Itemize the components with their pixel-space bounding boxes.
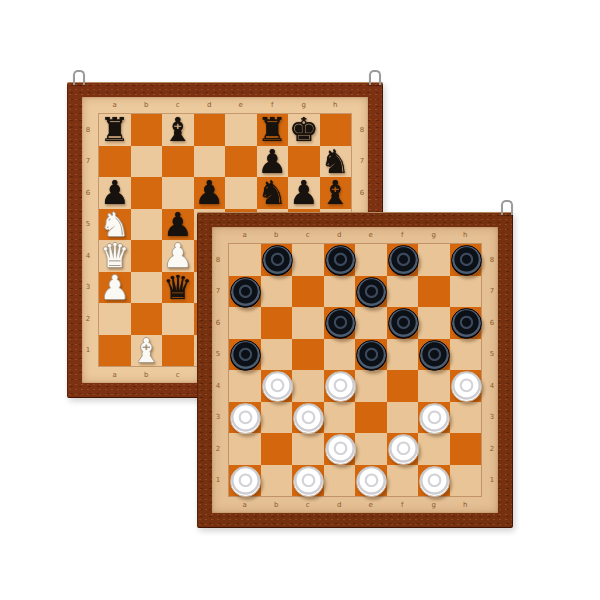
- chess-piece-black-rook[interactable]: ♜: [257, 114, 289, 146]
- checkers-rank-label-right: 2: [486, 443, 498, 455]
- checkers-file-label-bottom: h: [459, 499, 471, 511]
- checkers-rank-label-left: 8: [212, 254, 224, 266]
- chess-square-e7[interactable]: [225, 146, 257, 178]
- checkers-file-label-bottom: a: [239, 499, 251, 511]
- checker-man-black[interactable]: [325, 245, 356, 276]
- chess-rank-label-right: 8: [356, 124, 368, 136]
- chess-rank-label-left: 4: [82, 250, 94, 262]
- chess-square-a1[interactable]: [99, 335, 131, 367]
- checkers-square-a6[interactable]: [229, 307, 261, 339]
- checkers-square-b1[interactable]: [261, 465, 293, 497]
- checkers-rank-label-right: 8: [486, 254, 498, 266]
- chess-file-label-top: c: [172, 99, 184, 111]
- chess-piece-white-queen[interactable]: ♛: [99, 240, 131, 272]
- checkers-file-label-top: a: [239, 229, 251, 241]
- checkers-rank-label-left: 1: [212, 474, 224, 486]
- chess-piece-white-bishop[interactable]: ♝: [131, 335, 163, 367]
- checkers-square-f7[interactable]: [387, 276, 419, 308]
- chess-square-h8[interactable]: [320, 114, 352, 146]
- checkers-file-label-bottom: e: [365, 499, 377, 511]
- checkers-square-b6[interactable]: [261, 307, 293, 339]
- product-photo-canvas: { "scene": { "background_color": "#fffff…: [0, 0, 600, 600]
- checkers-rank-label-left: 7: [212, 285, 224, 297]
- chess-piece-black-pawn[interactable]: ♟: [288, 177, 320, 209]
- checker-man-white[interactable]: [356, 466, 387, 497]
- chess-square-b7[interactable]: [131, 146, 163, 178]
- checkers-rank-label-right: 3: [486, 411, 498, 423]
- checkers-file-label-bottom: c: [302, 499, 314, 511]
- chess-square-a2[interactable]: [99, 303, 131, 335]
- chess-rank-label-left: 7: [82, 155, 94, 167]
- checkers-square-a8[interactable]: [229, 244, 261, 276]
- checkers-square-e4[interactable]: [355, 370, 387, 402]
- chess-square-c1[interactable]: [162, 335, 194, 367]
- checkers-file-label-top: e: [365, 229, 377, 241]
- chess-square-b5[interactable]: [131, 209, 163, 241]
- checkers-square-a2[interactable]: [229, 433, 261, 465]
- checker-man-white[interactable]: [388, 434, 419, 465]
- checker-man-white[interactable]: [230, 466, 261, 497]
- chess-file-label-bottom: c: [172, 369, 184, 381]
- checkers-rank-label-left: 3: [212, 411, 224, 423]
- checkers-square-f4[interactable]: [387, 370, 419, 402]
- chess-file-label-top: g: [298, 99, 310, 111]
- chess-hanging-hook-icon: [73, 70, 85, 85]
- chess-square-e8[interactable]: [225, 114, 257, 146]
- checker-man-black[interactable]: [356, 277, 387, 308]
- chess-piece-black-queen[interactable]: ♛: [162, 272, 194, 304]
- checkers-square-a4[interactable]: [229, 370, 261, 402]
- checkers-rank-label-right: 7: [486, 285, 498, 297]
- chess-square-c2[interactable]: [162, 303, 194, 335]
- checker-man-black[interactable]: [388, 245, 419, 276]
- checkers-rank-label-right: 4: [486, 380, 498, 392]
- checkers-file-label-bottom: g: [428, 499, 440, 511]
- checkers-file-label-top: c: [302, 229, 314, 241]
- chess-square-c7[interactable]: [162, 146, 194, 178]
- checker-man-black[interactable]: [325, 308, 356, 339]
- checker-man-white[interactable]: [419, 403, 450, 434]
- checkers-square-h7[interactable]: [450, 276, 482, 308]
- checkers-file-label-bottom: f: [396, 499, 408, 511]
- checker-man-black[interactable]: [230, 340, 261, 371]
- checker-man-white[interactable]: [325, 434, 356, 465]
- chess-square-b6[interactable]: [131, 177, 163, 209]
- checkers-square-f1[interactable]: [387, 465, 419, 497]
- chess-rank-label-left: 1: [82, 344, 94, 356]
- checkers-square-f5[interactable]: [387, 339, 419, 371]
- chess-square-b4[interactable]: [131, 240, 163, 272]
- checkers-square-g2[interactable]: [418, 433, 450, 465]
- chess-file-label-bottom: a: [109, 369, 121, 381]
- checkers-rank-label-left: 4: [212, 380, 224, 392]
- checkers-rank-label-right: 5: [486, 348, 498, 360]
- chess-piece-black-bishop[interactable]: ♝: [320, 177, 352, 209]
- chess-rank-label-left: 5: [82, 218, 94, 230]
- checkers-rank-label-left: 6: [212, 317, 224, 329]
- checkers-square-e6[interactable]: [355, 307, 387, 339]
- chess-file-label-top: e: [235, 99, 247, 111]
- chess-file-label-top: f: [266, 99, 278, 111]
- checkers-file-label-top: g: [428, 229, 440, 241]
- chess-rank-label-left: 8: [82, 124, 94, 136]
- checkers-square-d7[interactable]: [324, 276, 356, 308]
- chess-piece-black-king[interactable]: ♚: [288, 114, 320, 146]
- checker-man-white[interactable]: [293, 403, 324, 434]
- chess-piece-black-pawn[interactable]: ♟: [194, 177, 226, 209]
- checkers-square-c5[interactable]: [292, 339, 324, 371]
- checkers-rank-label-left: 2: [212, 443, 224, 455]
- checkers-square-g4[interactable]: [418, 370, 450, 402]
- checker-man-black[interactable]: [388, 308, 419, 339]
- chess-piece-black-rook[interactable]: ♜: [99, 114, 131, 146]
- checkers-rank-label-right: 1: [486, 474, 498, 486]
- checker-man-black[interactable]: [230, 277, 261, 308]
- chess-square-b2[interactable]: [131, 303, 163, 335]
- chess-file-label-top: b: [140, 99, 152, 111]
- checker-man-black[interactable]: [356, 340, 387, 371]
- checkers-square-c6[interactable]: [292, 307, 324, 339]
- chess-square-d8[interactable]: [194, 114, 226, 146]
- checkers-square-e8[interactable]: [355, 244, 387, 276]
- checkers-square-c4[interactable]: [292, 370, 324, 402]
- checkers-square-e3[interactable]: [355, 402, 387, 434]
- chess-piece-black-knight[interactable]: ♞: [257, 177, 289, 209]
- checkers-square-h2[interactable]: [450, 433, 482, 465]
- checkers-square-e2[interactable]: [355, 433, 387, 465]
- chess-file-label-top: d: [203, 99, 215, 111]
- checker-man-black[interactable]: [262, 245, 293, 276]
- chess-rank-label-left: 6: [82, 187, 94, 199]
- chess-rank-label-left: 2: [82, 313, 94, 325]
- checkers-square-b3[interactable]: [261, 402, 293, 434]
- checker-man-white[interactable]: [262, 371, 293, 402]
- checkers-hanging-hook-icon: [501, 200, 513, 215]
- checkers-square-c2[interactable]: [292, 433, 324, 465]
- checkers-grid: [229, 244, 481, 496]
- checkers-file-label-bottom: b: [270, 499, 282, 511]
- checkers-square-h1[interactable]: [450, 465, 482, 497]
- checkers-square-f3[interactable]: [387, 402, 419, 434]
- chess-rank-label-right: 7: [356, 155, 368, 167]
- checker-man-white[interactable]: [293, 466, 324, 497]
- checker-man-white[interactable]: [230, 403, 261, 434]
- checkers-file-label-bottom: d: [333, 499, 345, 511]
- chess-square-b3[interactable]: [131, 272, 163, 304]
- checkers-square-c7[interactable]: [292, 276, 324, 308]
- chess-piece-white-pawn[interactable]: ♟: [99, 272, 131, 304]
- checker-man-black[interactable]: [451, 308, 482, 339]
- chess-square-e6[interactable]: [225, 177, 257, 209]
- checkers-square-c8[interactable]: [292, 244, 324, 276]
- chess-hanging-hook-icon: [369, 70, 381, 85]
- chess-piece-black-pawn[interactable]: ♟: [99, 177, 131, 209]
- checkers-rank-label-right: 6: [486, 317, 498, 329]
- chess-piece-black-bishop[interactable]: ♝: [162, 114, 194, 146]
- checker-man-white[interactable]: [451, 371, 482, 402]
- checkers-square-d3[interactable]: [324, 402, 356, 434]
- checker-man-white[interactable]: [419, 466, 450, 497]
- checkers-square-g8[interactable]: [418, 244, 450, 276]
- chess-rank-label-right: 6: [356, 187, 368, 199]
- checkers-square-g7[interactable]: [418, 276, 450, 308]
- checkers-file-label-top: h: [459, 229, 471, 241]
- checkers-rank-label-left: 5: [212, 348, 224, 360]
- chess-file-label-bottom: b: [140, 369, 152, 381]
- checkers-square-b7[interactable]: [261, 276, 293, 308]
- chess-square-c6[interactable]: [162, 177, 194, 209]
- checkers-square-b2[interactable]: [261, 433, 293, 465]
- checker-man-white[interactable]: [325, 371, 356, 402]
- checkers-board: aabbccddeeffgghh8877665544332211: [197, 212, 513, 528]
- checkers-square-d1[interactable]: [324, 465, 356, 497]
- checkers-square-d5[interactable]: [324, 339, 356, 371]
- checkers-square-h5[interactable]: [450, 339, 482, 371]
- chess-square-b8[interactable]: [131, 114, 163, 146]
- chess-piece-white-pawn[interactable]: ♟: [162, 240, 194, 272]
- chess-file-label-top: h: [329, 99, 341, 111]
- checkers-square-b5[interactable]: [261, 339, 293, 371]
- checkers-square-g6[interactable]: [418, 307, 450, 339]
- checkers-file-label-top: d: [333, 229, 345, 241]
- chess-rank-label-left: 3: [82, 281, 94, 293]
- checkers-file-label-top: f: [396, 229, 408, 241]
- checker-man-black[interactable]: [451, 245, 482, 276]
- chess-file-label-top: a: [109, 99, 121, 111]
- checkers-square-h3[interactable]: [450, 402, 482, 434]
- checker-man-black[interactable]: [419, 340, 450, 371]
- checkers-file-label-top: b: [270, 229, 282, 241]
